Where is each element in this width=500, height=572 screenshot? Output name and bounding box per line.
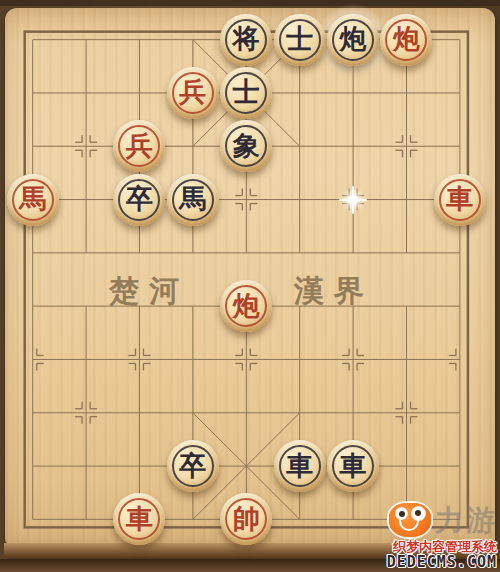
- xiangqi-board: 将士炮炮兵士兵象馬卒馬車炮卒車車車帥: [6, 13, 487, 546]
- piece-red-chariot[interactable]: 車: [113, 493, 165, 545]
- piece-red-soldier[interactable]: 兵: [113, 120, 165, 172]
- watermark: 力游 织梦内容管理系统 DEDECMS.COM: [387, 502, 497, 571]
- piece-black-general[interactable]: 将: [220, 14, 272, 66]
- piece-black-chariot[interactable]: 車: [327, 440, 379, 492]
- mascot-smile-icon: [399, 519, 419, 531]
- piece-glyph: 車: [340, 452, 367, 479]
- piece-glyph: 象: [233, 132, 260, 159]
- piece-black-soldier[interactable]: 卒: [113, 174, 165, 226]
- piece-glyph: 兵: [179, 78, 206, 105]
- piece-black-cannon[interactable]: 炮: [327, 14, 379, 66]
- piece-red-chariot[interactable]: 車: [434, 174, 486, 226]
- piece-glyph: 炮: [233, 292, 260, 319]
- sparkle-effect: [338, 185, 368, 215]
- piece-glyph: 卒: [179, 452, 206, 479]
- mascot-logo-icon: [389, 503, 431, 537]
- piece-black-advisor[interactable]: 士: [274, 14, 326, 66]
- piece-black-chariot[interactable]: 車: [274, 440, 326, 492]
- piece-glyph: 車: [286, 452, 313, 479]
- pieces-layer[interactable]: 将士炮炮兵士兵象馬卒馬車炮卒車車車帥: [6, 13, 487, 546]
- piece-glyph: 士: [286, 25, 313, 52]
- piece-glyph: 兵: [126, 132, 153, 159]
- piece-red-cannon[interactable]: 炮: [380, 14, 432, 66]
- piece-glyph: 炮: [340, 25, 367, 52]
- watermark-line1: 织梦内容管理系统: [387, 539, 497, 554]
- piece-red-soldier[interactable]: 兵: [167, 67, 219, 119]
- watermark-line2: DEDECMS.COM: [387, 554, 497, 571]
- piece-glyph: 馬: [179, 185, 206, 212]
- piece-black-advisor[interactable]: 士: [220, 67, 272, 119]
- piece-red-general[interactable]: 帥: [220, 493, 272, 545]
- piece-glyph: 炮: [393, 25, 420, 52]
- piece-black-elephant[interactable]: 象: [220, 120, 272, 172]
- piece-glyph: 士: [233, 78, 260, 105]
- piece-glyph: 馬: [19, 185, 46, 212]
- piece-black-soldier[interactable]: 卒: [167, 440, 219, 492]
- piece-red-horse[interactable]: 馬: [7, 174, 59, 226]
- piece-glyph: 車: [446, 185, 473, 212]
- piece-red-cannon[interactable]: 炮: [220, 280, 272, 332]
- piece-glyph: 将: [233, 25, 260, 52]
- piece-glyph: 車: [126, 505, 153, 532]
- piece-glyph: 卒: [126, 185, 153, 212]
- piece-glyph: 帥: [233, 505, 260, 532]
- piece-black-horse[interactable]: 馬: [167, 174, 219, 226]
- watermark-logo-text: 力游: [435, 503, 497, 537]
